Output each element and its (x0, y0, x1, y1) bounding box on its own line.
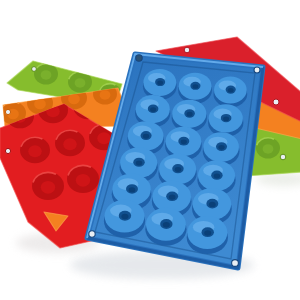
bump-hole-core (181, 139, 187, 144)
bump-hole-core (228, 88, 234, 92)
bump-hole-core (121, 214, 128, 219)
donut-bump (187, 216, 228, 254)
hang-hole (5, 109, 10, 114)
bump-hole-core (136, 161, 143, 166)
donut-bump (145, 208, 186, 246)
hang-hole (273, 99, 279, 105)
bump-hole-core (150, 107, 156, 112)
bump-hole-core (129, 187, 136, 192)
hang-hole (232, 260, 239, 267)
bump-hole-core (193, 84, 199, 88)
product-photo (0, 0, 300, 300)
cavity-center-dome (63, 138, 77, 150)
bump-hole-core (218, 145, 224, 150)
cavity-center-dome (34, 99, 46, 109)
molds-scene (0, 0, 300, 300)
cavity-center-dome (97, 132, 111, 144)
donut-bump (172, 100, 207, 132)
cavity-center-dome (100, 90, 111, 100)
cavity-center-dome (28, 145, 42, 157)
bump-hole-core (204, 230, 211, 235)
donut-bump (178, 73, 212, 104)
cavity-center-dome (41, 70, 52, 80)
bump-hole-core (143, 134, 149, 139)
bump-hole-core (209, 202, 216, 207)
hang-hole (89, 231, 95, 237)
cavity-center-dome (41, 181, 55, 194)
donut-bump (143, 69, 177, 100)
hang-hole (5, 148, 10, 153)
bump-hole-core (175, 167, 182, 172)
donut-bump (213, 76, 247, 107)
cavity-center-dome (263, 144, 274, 154)
donut-bump (208, 104, 243, 136)
hang-hole (280, 154, 286, 160)
bump-hole-core (187, 112, 193, 117)
hang-hole (136, 55, 142, 61)
bump-hole-core (169, 195, 176, 200)
bump-hole-core (157, 81, 163, 85)
hang-hole (32, 67, 37, 72)
cavity-center-dome (76, 174, 90, 187)
hang-hole (254, 67, 260, 73)
donut-bump (104, 200, 145, 238)
bump-hole-core (163, 222, 170, 227)
bump-hole-core (223, 117, 229, 122)
hang-hole (184, 47, 190, 53)
cavity-center-dome (68, 94, 80, 104)
bump-hole-core (214, 173, 221, 178)
cavity-group (256, 137, 280, 158)
cavity-center-dome (75, 78, 86, 88)
